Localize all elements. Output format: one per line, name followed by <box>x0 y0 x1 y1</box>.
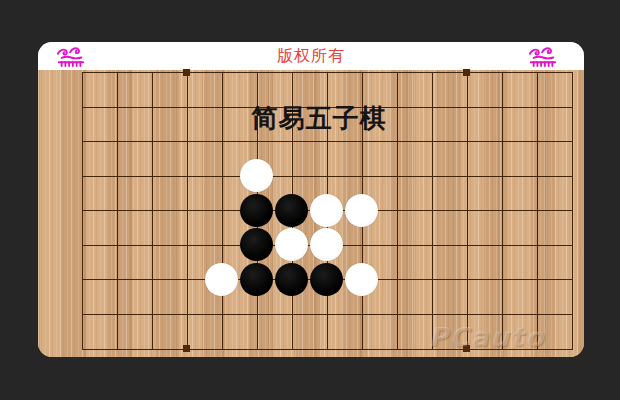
watermark-logo: PCauto <box>429 322 545 352</box>
grid-line <box>82 141 573 142</box>
white-stone <box>345 263 378 296</box>
white-stone <box>310 228 343 261</box>
header-bar: 版权所有 <box>38 42 584 70</box>
grid-line <box>82 314 573 315</box>
white-stone <box>310 194 343 227</box>
star-point <box>463 69 470 76</box>
white-stone <box>240 159 273 192</box>
star-point <box>183 69 190 76</box>
black-stone <box>275 194 308 227</box>
black-stone <box>240 263 273 296</box>
game-panel: 版权所有 简易五子棋 PCauto <box>38 42 584 357</box>
white-stone <box>205 263 238 296</box>
black-stone <box>275 263 308 296</box>
wind-decoration-icon <box>56 46 86 69</box>
white-stone <box>275 228 308 261</box>
black-stone <box>240 228 273 261</box>
grid-line <box>82 72 573 73</box>
board-title: 简易五子棋 <box>38 101 584 136</box>
gomoku-board[interactable]: 简易五子棋 PCauto <box>38 70 584 357</box>
star-point <box>183 345 190 352</box>
black-stone <box>240 194 273 227</box>
copyright-text: 版权所有 <box>277 42 345 70</box>
wind-decoration-icon <box>528 46 558 69</box>
grid-line <box>82 176 573 177</box>
black-stone <box>310 263 343 296</box>
white-stone <box>345 194 378 227</box>
